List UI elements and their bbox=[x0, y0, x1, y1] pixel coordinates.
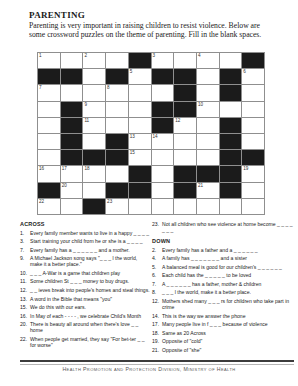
clue-text: There is beauty all around when there's … bbox=[30, 321, 150, 333]
grid-cell-block bbox=[242, 53, 264, 68]
cell-number: 8 bbox=[107, 85, 110, 90]
grid-cell[interactable] bbox=[174, 199, 196, 214]
footer-text: Health Promotion and Protection Division… bbox=[0, 366, 298, 372]
grid-cell[interactable] bbox=[220, 53, 242, 68]
grid-cell[interactable] bbox=[61, 53, 83, 68]
grid-cell-block bbox=[61, 102, 83, 117]
grid-cell[interactable] bbox=[38, 118, 60, 133]
grid-cell[interactable]: 6 bbox=[242, 69, 264, 84]
cell-number: 6 bbox=[243, 69, 246, 74]
grid-cell[interactable] bbox=[129, 85, 151, 100]
cell-number: 22 bbox=[39, 199, 44, 204]
clue-text: Some children St _ _ _ money to buy drug… bbox=[30, 278, 150, 284]
grid-cell[interactable] bbox=[242, 118, 264, 133]
clue-number: 16. bbox=[20, 313, 30, 319]
grid-cell[interactable]: 9 bbox=[83, 102, 105, 117]
grid-cell[interactable] bbox=[106, 102, 128, 117]
clue-text: A balanced meal is good for our children… bbox=[162, 264, 294, 270]
grid-cell[interactable]: 20 bbox=[61, 183, 83, 198]
grid-cell-block bbox=[220, 166, 242, 181]
grid-cell[interactable] bbox=[83, 85, 105, 100]
clue-item: 7.Every family has a _ _ _ _ _ _ and a m… bbox=[20, 247, 150, 253]
clue-item: 5.A balanced meal is good for our childr… bbox=[152, 264, 294, 270]
across-overflow-clues: 23.Not all children who see violence at … bbox=[152, 221, 294, 233]
grid-cell[interactable] bbox=[106, 166, 128, 181]
grid-cell[interactable] bbox=[152, 166, 174, 181]
intro-paragraph: Parenting is very important in raising c… bbox=[29, 21, 274, 40]
grid-cell[interactable] bbox=[83, 134, 105, 149]
cell-number: 16 bbox=[39, 166, 44, 171]
clue-text: In May of each - - - - , we celebrate Ch… bbox=[30, 313, 150, 319]
clue-number: 20. bbox=[20, 321, 30, 333]
grid-cell-block bbox=[220, 85, 242, 100]
clue-number: 21. bbox=[152, 347, 162, 353]
grid-cell[interactable] bbox=[197, 199, 219, 214]
grid-cell-block bbox=[242, 150, 264, 165]
cell-number: 17 bbox=[62, 166, 67, 171]
grid-cell-block bbox=[152, 118, 174, 133]
down-heading: DOWN bbox=[152, 238, 294, 244]
clue-text: A family has _ _ _ _ _ _ _ and a sister bbox=[162, 255, 294, 261]
clue-item: 11.Some children St _ _ _ money to buy d… bbox=[20, 278, 150, 284]
clue-item: 21.Opposite of "she" bbox=[152, 347, 294, 353]
grid-cell-block bbox=[220, 118, 242, 133]
clue-item: 18.Same as 20 Across bbox=[152, 330, 294, 336]
crossword-grid: 1234567891011121314151617181920212223 bbox=[37, 52, 265, 215]
clue-item: 4.A family has _ _ _ _ _ _ _ and a siste… bbox=[152, 255, 294, 261]
grid-cell[interactable] bbox=[242, 134, 264, 149]
clue-number: 23. bbox=[152, 221, 162, 233]
clue-item: 20.There is beauty all around when there… bbox=[20, 321, 150, 333]
clue-number: 22. bbox=[20, 336, 30, 348]
grid-cell[interactable] bbox=[152, 183, 174, 198]
grid-cell-block bbox=[83, 150, 105, 165]
footer-rule bbox=[20, 360, 294, 365]
cell-number: 18 bbox=[84, 166, 89, 171]
grid-cell[interactable]: 21 bbox=[197, 183, 219, 198]
grid-cell[interactable] bbox=[197, 85, 219, 100]
worksheet-page: PARENTING Parenting is very important in… bbox=[0, 0, 298, 386]
cell-number: 7 bbox=[39, 85, 42, 90]
grid-cell-block bbox=[197, 166, 219, 181]
grid-cell[interactable]: 23 bbox=[106, 199, 128, 214]
grid-cell-block bbox=[174, 102, 196, 117]
grid-cell-block bbox=[220, 183, 242, 198]
cell-number: 13 bbox=[130, 134, 135, 139]
clue-number: 7. bbox=[20, 247, 30, 253]
grid-cell[interactable]: 4 bbox=[197, 53, 219, 68]
clue-text: Each child has the _ _ _ _ _ to be loved bbox=[162, 272, 294, 278]
clue-text: Many people live in f _ _ _ because of v… bbox=[162, 321, 294, 327]
grid-cell[interactable] bbox=[174, 134, 196, 149]
grid-cell-block bbox=[220, 69, 242, 84]
cell-number: 23 bbox=[107, 199, 112, 204]
grid-cell[interactable]: 3 bbox=[152, 53, 174, 68]
grid-cell-block bbox=[220, 134, 242, 149]
clue-item: 17.Many people live in f _ _ _ because o… bbox=[152, 321, 294, 327]
clue-text: Every family has a father and a _ _ _ _ … bbox=[162, 247, 294, 253]
clue-text: Opposite of "she" bbox=[162, 347, 294, 353]
cell-number: 20 bbox=[62, 183, 67, 188]
clue-number: 7. bbox=[152, 281, 162, 287]
clue-number: 10. bbox=[20, 270, 30, 276]
across-heading: ACROSS bbox=[20, 221, 150, 227]
grid-cell[interactable]: 2 bbox=[83, 53, 105, 68]
down-clues-column: 23.Not all children who see violence at … bbox=[152, 221, 294, 356]
clue-number: 12. bbox=[152, 298, 162, 310]
clue-item: 14.This is the way we answer the phone bbox=[152, 313, 294, 319]
clue-number: 2. bbox=[152, 247, 162, 253]
clue-item: 19.Opposite of "cold" bbox=[152, 338, 294, 344]
clue-text: When people get married, they say "For b… bbox=[30, 336, 150, 348]
grid-cell[interactable] bbox=[61, 199, 83, 214]
grid-cell[interactable] bbox=[38, 150, 60, 165]
grid-cell[interactable]: 18 bbox=[83, 166, 105, 181]
grid-cell[interactable] bbox=[242, 183, 264, 198]
clue-text: Opposite of "cold" bbox=[162, 338, 294, 344]
clue-number: 4. bbox=[152, 255, 162, 261]
grid-cell[interactable] bbox=[174, 150, 196, 165]
grid-cell[interactable]: 1 bbox=[38, 53, 60, 68]
grid-cell[interactable]: 7 bbox=[38, 85, 60, 100]
clue-number: 17. bbox=[152, 321, 162, 327]
grid-cell[interactable]: 11 bbox=[83, 118, 105, 133]
grid-cell[interactable]: 10 bbox=[197, 102, 219, 117]
cell-number: 1 bbox=[39, 53, 42, 58]
clue-item: 15.We do this with our ears. bbox=[20, 304, 150, 310]
grid-cell[interactable] bbox=[38, 134, 60, 149]
grid-cell-block bbox=[129, 166, 151, 181]
grid-cell[interactable] bbox=[129, 118, 151, 133]
grid-cell[interactable]: 12 bbox=[174, 118, 196, 133]
grid-cell[interactable]: 13 bbox=[129, 134, 151, 149]
clue-item: 6.Each child has the _ _ _ _ _ to be lov… bbox=[152, 272, 294, 278]
grid-cell[interactable]: 5 bbox=[129, 69, 151, 84]
clue-item: 1.Every family member wants to live in a… bbox=[20, 230, 150, 236]
clue-number: 19. bbox=[152, 338, 162, 344]
grid-cell[interactable] bbox=[197, 134, 219, 149]
grid-cell-block bbox=[174, 85, 196, 100]
grid-cell[interactable]: 22 bbox=[38, 199, 60, 214]
cell-number: 10 bbox=[198, 102, 203, 107]
cell-number: 14 bbox=[153, 134, 158, 139]
grid-cell-block bbox=[174, 166, 196, 181]
grid-cell[interactable] bbox=[83, 183, 105, 198]
clue-item: 9.A Michael Jackson song says "_ _ _ l t… bbox=[20, 255, 150, 267]
grid-cell-block bbox=[220, 150, 242, 165]
clue-item: 16.In May of each - - - - , we celebrate… bbox=[20, 313, 150, 319]
grid-cell-block bbox=[83, 199, 105, 214]
grid-cell[interactable] bbox=[61, 85, 83, 100]
clue-text: _ _ _ l the world, make it a better plac… bbox=[162, 289, 294, 295]
grid-cell[interactable]: 14 bbox=[152, 134, 174, 149]
clue-text: _ _ ieves break into people's homes and … bbox=[30, 287, 150, 293]
grid-cell[interactable]: 17 bbox=[61, 166, 83, 181]
clue-text: Not all children who see violence at hom… bbox=[162, 221, 294, 233]
grid-cell[interactable] bbox=[220, 199, 242, 214]
grid-cell[interactable] bbox=[174, 53, 196, 68]
grid-cell[interactable] bbox=[83, 69, 105, 84]
clue-text: A word in the Bible that means "you" bbox=[30, 296, 150, 302]
grid-cell-block bbox=[61, 118, 83, 133]
clue-item: 12.Mothers shed many _ _ _ rs for childr… bbox=[152, 298, 294, 310]
grid-cell-block bbox=[61, 150, 83, 165]
clue-text: This is the way we answer the phone bbox=[162, 313, 294, 319]
clue-number: 8. bbox=[152, 289, 162, 295]
cell-number: 12 bbox=[175, 118, 180, 123]
grid-cell[interactable] bbox=[38, 102, 60, 117]
grid-cell-block bbox=[38, 183, 60, 198]
grid-cell[interactable] bbox=[197, 150, 219, 165]
clue-text: _ _ _ A-War is a game that children play bbox=[30, 270, 150, 276]
clue-number: 11. bbox=[20, 278, 30, 284]
grid-cell-block bbox=[174, 183, 196, 198]
clue-item: 3.Start training your child from he or s… bbox=[20, 238, 150, 244]
clue-number: 3. bbox=[20, 238, 30, 244]
clue-item: 22.When people get married, they say "Fo… bbox=[20, 336, 150, 348]
cell-number: 5 bbox=[130, 69, 133, 74]
grid-cell[interactable] bbox=[129, 199, 151, 214]
clue-text: Every family member wants to live in a h… bbox=[30, 230, 150, 236]
clue-number: 6. bbox=[152, 272, 162, 278]
grid-cell[interactable] bbox=[106, 53, 128, 68]
grid-cell[interactable] bbox=[152, 85, 174, 100]
grid-cell[interactable] bbox=[242, 199, 264, 214]
grid-cell[interactable] bbox=[152, 150, 174, 165]
clue-number: 12. bbox=[20, 287, 30, 293]
clue-text: We do this with our ears. bbox=[30, 304, 150, 310]
grid-cell-block bbox=[61, 134, 83, 149]
clue-item: 7.A _ _ _ _ _ _ has a father, mother & c… bbox=[152, 281, 294, 287]
clue-item: 13.A word in the Bible that means "you" bbox=[20, 296, 150, 302]
grid-cell-block bbox=[38, 69, 60, 84]
grid-cell[interactable] bbox=[106, 118, 128, 133]
clue-text: Every family has a _ _ _ _ _ _ and a mot… bbox=[30, 247, 150, 253]
grid-cell[interactable] bbox=[242, 85, 264, 100]
grid-cell[interactable]: 16 bbox=[38, 166, 60, 181]
cell-number: 15 bbox=[130, 150, 135, 155]
grid-cell[interactable] bbox=[129, 102, 151, 117]
across-clues-list: 1.Every family member wants to live in a… bbox=[20, 230, 150, 349]
grid-cell-block bbox=[61, 69, 83, 84]
down-clues-list: 2.Every family has a father and a _ _ _ … bbox=[152, 247, 294, 354]
grid-cell-block bbox=[174, 69, 196, 84]
cell-number: 3 bbox=[153, 53, 156, 58]
grid-cell[interactable]: 19 bbox=[242, 166, 264, 181]
clue-number: 5. bbox=[152, 264, 162, 270]
across-clues-column: ACROSS 1.Every family member wants to li… bbox=[20, 221, 150, 351]
grid-cell-block bbox=[152, 102, 174, 117]
clue-item: 23.Not all children who see violence at … bbox=[152, 221, 294, 233]
clue-item: 10._ _ _ A-War is a game that children p… bbox=[20, 270, 150, 276]
grid-cell-block bbox=[129, 183, 151, 198]
grid-cell-block bbox=[129, 53, 151, 68]
clue-item: 8._ _ _ l the world, make it a better pl… bbox=[152, 289, 294, 295]
clue-text: A Michael Jackson song says "_ _ _ l the… bbox=[30, 255, 150, 267]
grid-cell-block bbox=[106, 183, 128, 198]
grid-cell-block bbox=[106, 134, 128, 149]
grid-cell[interactable] bbox=[242, 102, 264, 117]
clue-item: 2.Every family has a father and a _ _ _ … bbox=[152, 247, 294, 253]
clue-number: 13. bbox=[20, 296, 30, 302]
clue-text: Start training your child from he or she… bbox=[30, 238, 150, 244]
grid-cell-block bbox=[106, 150, 128, 165]
grid-cell[interactable]: 15 bbox=[129, 150, 151, 165]
grid-cell[interactable] bbox=[197, 69, 219, 84]
clue-text: Mothers shed many _ _ _ rs for children … bbox=[162, 298, 294, 310]
grid-cell[interactable]: 8 bbox=[106, 85, 128, 100]
cell-number: 21 bbox=[198, 183, 203, 188]
page-title: PARENTING bbox=[29, 10, 85, 20]
grid-cell[interactable] bbox=[220, 102, 242, 117]
cell-number: 2 bbox=[84, 53, 87, 58]
clue-number: 1. bbox=[20, 230, 30, 236]
clue-number: 15. bbox=[20, 304, 30, 310]
cell-number: 11 bbox=[84, 118, 89, 123]
clue-text: A _ _ _ _ _ _ has a father, mother & chi… bbox=[162, 281, 294, 287]
cell-number: 9 bbox=[84, 102, 87, 107]
clue-number: 9. bbox=[20, 255, 30, 267]
clue-number: 18. bbox=[152, 330, 162, 336]
grid-cell[interactable] bbox=[152, 199, 174, 214]
grid-cell[interactable] bbox=[197, 118, 219, 133]
clue-text: Same as 20 Across bbox=[162, 330, 294, 336]
clue-item: 12._ _ ieves break into people's homes a… bbox=[20, 287, 150, 293]
grid-cell-block bbox=[106, 69, 128, 84]
clue-number: 14. bbox=[152, 313, 162, 319]
grid-cell-block bbox=[152, 69, 174, 84]
cell-number: 4 bbox=[198, 53, 201, 58]
cell-number: 19 bbox=[243, 166, 248, 171]
